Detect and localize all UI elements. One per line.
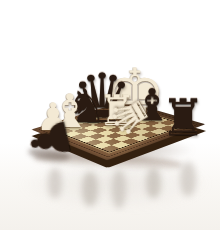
- piece-reflection: [48, 168, 62, 198]
- chess-set-photo: ♟♝♞♛♜♚♝♜♛♟: [0, 0, 220, 230]
- piece-reflection: [146, 168, 161, 198]
- surface-reflection-wash: [20, 158, 210, 210]
- piece-reflection: [180, 162, 196, 196]
- piece-reflection: [82, 172, 98, 206]
- piece-reflection: [112, 170, 126, 208]
- piece-black-rook[interactable]: ♜: [161, 93, 206, 143]
